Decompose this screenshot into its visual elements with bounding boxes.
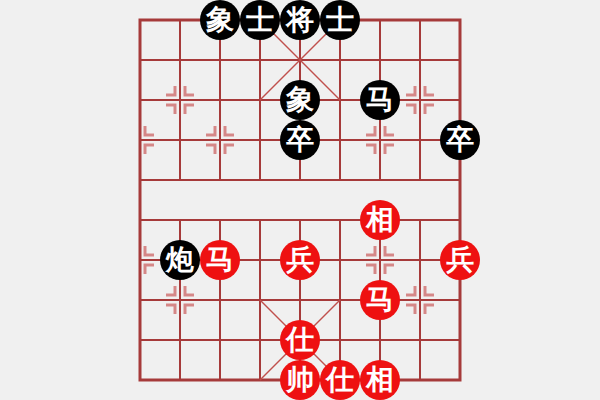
- piece-glyph: 士: [246, 6, 274, 34]
- red-general-piece[interactable]: 帅: [280, 360, 320, 400]
- piece-glyph: 马: [366, 86, 394, 114]
- black-pawn-piece[interactable]: 卒: [440, 120, 480, 160]
- piece-glyph: 士: [326, 6, 354, 34]
- black-elephant-piece[interactable]: 象: [200, 0, 240, 40]
- piece-glyph: 仕: [326, 366, 354, 394]
- red-horse-piece[interactable]: 马: [200, 240, 240, 280]
- black-pawn-piece[interactable]: 卒: [280, 120, 320, 160]
- piece-glyph: 仕: [286, 326, 314, 354]
- red-elephant-piece[interactable]: 相: [360, 200, 400, 240]
- piece-glyph: 马: [206, 246, 234, 274]
- piece-glyph: 相: [366, 366, 394, 394]
- black-elephant-piece[interactable]: 象: [280, 80, 320, 120]
- red-pawn-piece[interactable]: 兵: [440, 240, 480, 280]
- xiangqi-board: 象士将士象马卒卒炮相马兵兵马仕帅仕相: [0, 0, 600, 400]
- piece-glyph: 象: [206, 6, 234, 34]
- piece-glyph: 象: [286, 86, 314, 114]
- red-advisor-piece[interactable]: 仕: [280, 320, 320, 360]
- black-cannon-piece[interactable]: 炮: [160, 240, 200, 280]
- red-pawn-piece[interactable]: 兵: [280, 240, 320, 280]
- piece-glyph: 将: [286, 6, 314, 34]
- piece-glyph: 炮: [166, 246, 194, 274]
- piece-glyph: 相: [366, 206, 394, 234]
- piece-glyph: 卒: [446, 126, 474, 154]
- pieces-layer: 象士将士象马卒卒炮相马兵兵马仕帅仕相: [120, 0, 480, 400]
- piece-glyph: 卒: [286, 126, 314, 154]
- piece-glyph: 兵: [286, 246, 314, 274]
- piece-glyph: 帅: [286, 366, 314, 394]
- piece-glyph: 兵: [446, 246, 474, 274]
- black-advisor-piece[interactable]: 士: [240, 0, 280, 40]
- red-elephant-piece[interactable]: 相: [360, 360, 400, 400]
- black-advisor-piece[interactable]: 士: [320, 0, 360, 40]
- black-general-piece[interactable]: 将: [280, 0, 320, 40]
- red-horse-piece[interactable]: 马: [360, 280, 400, 320]
- black-horse-piece[interactable]: 马: [360, 80, 400, 120]
- red-advisor-piece[interactable]: 仕: [320, 360, 360, 400]
- piece-glyph: 马: [366, 286, 394, 314]
